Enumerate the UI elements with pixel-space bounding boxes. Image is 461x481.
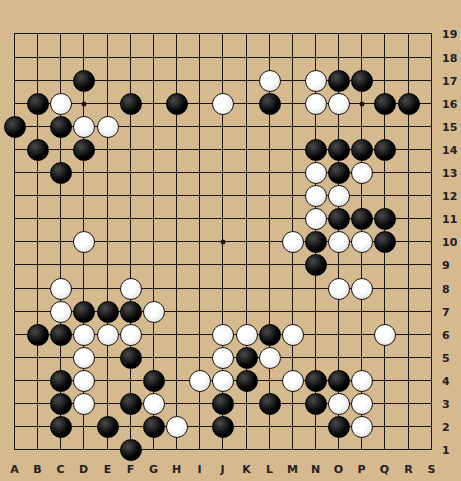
white-stone-P13: [351, 162, 373, 184]
white-stone-D15: [73, 116, 95, 138]
row-label-18: 18: [442, 51, 457, 64]
white-stone-P10: [351, 231, 373, 253]
white-stone-D6: [73, 324, 95, 346]
black-stone-H16: [166, 93, 188, 115]
white-stone-N11: [305, 208, 327, 230]
column-label-S: S: [428, 463, 436, 476]
white-stone-O10: [328, 231, 350, 253]
row-label-5: 5: [442, 351, 450, 364]
column-label-K: K: [242, 463, 251, 476]
white-stone-J16: [212, 93, 234, 115]
grid-line-vertical: [431, 33, 432, 450]
black-stone-O2: [328, 416, 350, 438]
white-stone-D4: [73, 370, 95, 392]
white-stone-G7: [143, 301, 165, 323]
white-stone-C8: [50, 278, 72, 300]
black-stone-C6: [50, 324, 72, 346]
black-stone-O4: [328, 370, 350, 392]
black-stone-L3: [259, 393, 281, 415]
black-stone-C4: [50, 370, 72, 392]
white-stone-N12: [305, 185, 327, 207]
black-stone-Q10: [374, 231, 396, 253]
go-board-screenshot: ABCDEFGHIJKLMNOPQRS191817161514131211109…: [0, 0, 461, 481]
white-stone-G3: [143, 393, 165, 415]
black-stone-C13: [50, 162, 72, 184]
row-label-15: 15: [442, 120, 457, 133]
white-stone-N13: [305, 162, 327, 184]
black-stone-A15: [4, 116, 26, 138]
black-stone-J3: [212, 393, 234, 415]
white-stone-N16: [305, 93, 327, 115]
white-stone-P8: [351, 278, 373, 300]
white-stone-J6: [212, 324, 234, 346]
white-stone-D5: [73, 347, 95, 369]
row-label-17: 17: [442, 74, 457, 87]
black-stone-F5: [120, 347, 142, 369]
white-stone-O12: [328, 185, 350, 207]
star-point: [359, 101, 364, 106]
white-stone-I4: [189, 370, 211, 392]
row-label-14: 14: [442, 143, 457, 156]
black-stone-R16: [398, 93, 420, 115]
column-label-C: C: [56, 463, 64, 476]
grid-line-horizontal: [14, 264, 432, 265]
row-label-7: 7: [442, 305, 450, 318]
column-label-F: F: [127, 463, 135, 476]
black-stone-O14: [328, 139, 350, 161]
black-stone-K4: [236, 370, 258, 392]
white-stone-H2: [166, 416, 188, 438]
black-stone-C15: [50, 116, 72, 138]
row-label-19: 19: [442, 27, 457, 40]
grid-line-horizontal: [14, 449, 432, 450]
white-stone-N17: [305, 70, 327, 92]
column-label-L: L: [266, 463, 273, 476]
white-stone-E15: [97, 116, 119, 138]
white-stone-F8: [120, 278, 142, 300]
black-stone-N4: [305, 370, 327, 392]
column-label-P: P: [357, 463, 365, 476]
black-stone-E7: [97, 301, 119, 323]
column-label-I: I: [197, 463, 201, 476]
row-label-11: 11: [442, 212, 457, 225]
black-stone-P11: [351, 208, 373, 230]
row-label-8: 8: [442, 282, 450, 295]
column-label-Q: Q: [380, 463, 389, 476]
column-label-E: E: [104, 463, 112, 476]
row-label-2: 2: [442, 420, 450, 433]
black-stone-P17: [351, 70, 373, 92]
black-stone-C3: [50, 393, 72, 415]
column-label-R: R: [404, 463, 412, 476]
black-stone-Q14: [374, 139, 396, 161]
white-stone-C16: [50, 93, 72, 115]
black-stone-L16: [259, 93, 281, 115]
white-stone-P2: [351, 416, 373, 438]
white-stone-P4: [351, 370, 373, 392]
column-label-G: G: [149, 463, 158, 476]
black-stone-B14: [27, 139, 49, 161]
column-label-A: A: [10, 463, 19, 476]
column-label-J: J: [220, 463, 224, 476]
black-stone-J2: [212, 416, 234, 438]
white-stone-Q6: [374, 324, 396, 346]
black-stone-N9: [305, 254, 327, 276]
row-label-13: 13: [442, 166, 457, 179]
black-stone-F7: [120, 301, 142, 323]
row-label-10: 10: [442, 235, 457, 248]
black-stone-N14: [305, 139, 327, 161]
black-stone-D17: [73, 70, 95, 92]
black-stone-G4: [143, 370, 165, 392]
white-stone-O3: [328, 393, 350, 415]
star-point: [220, 239, 225, 244]
black-stone-C2: [50, 416, 72, 438]
column-label-N: N: [311, 463, 320, 476]
black-stone-E2: [97, 416, 119, 438]
black-stone-O17: [328, 70, 350, 92]
white-stone-L5: [259, 347, 281, 369]
black-stone-F16: [120, 93, 142, 115]
white-stone-O8: [328, 278, 350, 300]
black-stone-O13: [328, 162, 350, 184]
column-label-M: M: [287, 463, 298, 476]
column-label-B: B: [33, 463, 41, 476]
white-stone-P3: [351, 393, 373, 415]
row-label-6: 6: [442, 328, 450, 341]
grid-line-horizontal: [14, 33, 432, 34]
grid-line-horizontal: [14, 195, 432, 196]
row-label-16: 16: [442, 97, 457, 110]
row-label-1: 1: [442, 443, 450, 456]
grid-line-horizontal: [14, 57, 432, 58]
row-label-12: 12: [442, 189, 457, 202]
white-stone-E6: [97, 324, 119, 346]
black-stone-Q16: [374, 93, 396, 115]
white-stone-F6: [120, 324, 142, 346]
black-stone-L6: [259, 324, 281, 346]
white-stone-D3: [73, 393, 95, 415]
white-stone-J5: [212, 347, 234, 369]
column-label-D: D: [79, 463, 88, 476]
white-stone-K6: [236, 324, 258, 346]
column-label-H: H: [172, 463, 181, 476]
black-stone-F1: [120, 439, 142, 461]
row-label-4: 4: [442, 374, 450, 387]
star-point: [81, 101, 86, 106]
column-label-O: O: [334, 463, 343, 476]
black-stone-P14: [351, 139, 373, 161]
black-stone-N3: [305, 393, 327, 415]
black-stone-N10: [305, 231, 327, 253]
white-stone-L17: [259, 70, 281, 92]
white-stone-M4: [282, 370, 304, 392]
white-stone-M6: [282, 324, 304, 346]
black-stone-G2: [143, 416, 165, 438]
black-stone-D7: [73, 301, 95, 323]
white-stone-C7: [50, 301, 72, 323]
black-stone-B16: [27, 93, 49, 115]
black-stone-Q11: [374, 208, 396, 230]
white-stone-D10: [73, 231, 95, 253]
white-stone-O16: [328, 93, 350, 115]
white-stone-J4: [212, 370, 234, 392]
black-stone-B6: [27, 324, 49, 346]
row-label-9: 9: [442, 258, 450, 271]
white-stone-M10: [282, 231, 304, 253]
black-stone-D14: [73, 139, 95, 161]
row-label-3: 3: [442, 397, 450, 410]
black-stone-O11: [328, 208, 350, 230]
black-stone-F3: [120, 393, 142, 415]
black-stone-K5: [236, 347, 258, 369]
